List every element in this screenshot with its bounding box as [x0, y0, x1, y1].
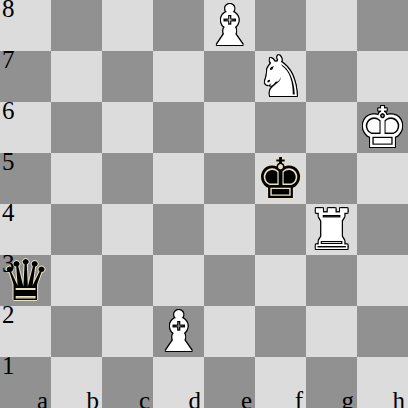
black-king[interactable]: ♚ — [255, 153, 305, 204]
square-h6[interactable]: ♚ — [357, 102, 408, 153]
rank-label-8: 8 — [2, 0, 15, 21]
square-c2[interactable] — [102, 306, 153, 357]
square-f1[interactable]: f — [255, 357, 306, 408]
rank-label-6: 6 — [2, 98, 15, 123]
square-f5[interactable]: ♚ — [255, 153, 306, 204]
square-d8[interactable] — [153, 0, 204, 51]
square-f4[interactable] — [255, 204, 306, 255]
square-d4[interactable] — [153, 204, 204, 255]
rank-label-1: 1 — [2, 353, 15, 378]
square-g2[interactable] — [306, 306, 357, 357]
square-e3[interactable] — [204, 255, 255, 306]
square-h3[interactable] — [357, 255, 408, 306]
square-a2[interactable]: 2 — [0, 306, 51, 357]
square-b5[interactable] — [51, 153, 102, 204]
square-b6[interactable] — [51, 102, 102, 153]
square-e5[interactable] — [204, 153, 255, 204]
square-c1[interactable]: c — [102, 357, 153, 408]
file-label-a: a — [37, 388, 48, 408]
square-a3[interactable]: 3♛ — [0, 255, 51, 306]
square-h4[interactable] — [357, 204, 408, 255]
square-c4[interactable] — [102, 204, 153, 255]
square-a6[interactable]: 6 — [0, 102, 51, 153]
file-label-h: h — [393, 388, 406, 408]
rank-label-4: 4 — [2, 200, 15, 225]
square-g3[interactable] — [306, 255, 357, 306]
square-e4[interactable] — [204, 204, 255, 255]
square-h2[interactable] — [357, 306, 408, 357]
square-e7[interactable] — [204, 51, 255, 102]
square-f7[interactable]: ♞ — [255, 51, 306, 102]
square-c8[interactable] — [102, 0, 153, 51]
file-label-g: g — [342, 388, 355, 408]
square-b7[interactable] — [51, 51, 102, 102]
square-b4[interactable] — [51, 204, 102, 255]
chess-board: 8♝7♞6♚5♚4♜3♛2♝1abcdefgh — [0, 0, 408, 408]
square-a8[interactable]: 8 — [0, 0, 51, 51]
white-bishop[interactable]: ♝ — [153, 306, 203, 357]
square-h5[interactable] — [357, 153, 408, 204]
square-d7[interactable] — [153, 51, 204, 102]
square-f2[interactable] — [255, 306, 306, 357]
square-a7[interactable]: 7 — [0, 51, 51, 102]
file-label-c: c — [139, 388, 150, 408]
square-c6[interactable] — [102, 102, 153, 153]
square-c5[interactable] — [102, 153, 153, 204]
rank-label-5: 5 — [2, 149, 15, 174]
square-d6[interactable] — [153, 102, 204, 153]
rank-label-7: 7 — [2, 47, 15, 72]
file-label-e: e — [241, 388, 252, 408]
white-bishop[interactable]: ♝ — [204, 0, 254, 51]
square-e1[interactable]: e — [204, 357, 255, 408]
square-d5[interactable] — [153, 153, 204, 204]
square-a1[interactable]: 1a — [0, 357, 51, 408]
square-g4[interactable]: ♜ — [306, 204, 357, 255]
file-label-d: d — [189, 388, 202, 408]
white-king[interactable]: ♚ — [357, 102, 407, 153]
square-b3[interactable] — [51, 255, 102, 306]
square-f3[interactable] — [255, 255, 306, 306]
white-knight[interactable]: ♞ — [255, 51, 305, 102]
square-c3[interactable] — [102, 255, 153, 306]
black-queen[interactable]: ♛ — [0, 255, 50, 306]
square-b8[interactable] — [51, 0, 102, 51]
square-g8[interactable] — [306, 0, 357, 51]
file-label-b: b — [87, 388, 100, 408]
square-e6[interactable] — [204, 102, 255, 153]
square-h1[interactable]: h — [357, 357, 408, 408]
square-d2[interactable]: ♝ — [153, 306, 204, 357]
square-c7[interactable] — [102, 51, 153, 102]
square-b2[interactable] — [51, 306, 102, 357]
square-b1[interactable]: b — [51, 357, 102, 408]
square-d1[interactable]: d — [153, 357, 204, 408]
square-h8[interactable] — [357, 0, 408, 51]
square-a5[interactable]: 5 — [0, 153, 51, 204]
rank-label-2: 2 — [2, 302, 15, 327]
square-e8[interactable]: ♝ — [204, 0, 255, 51]
white-rook[interactable]: ♜ — [306, 204, 356, 255]
square-g7[interactable] — [306, 51, 357, 102]
square-e2[interactable] — [204, 306, 255, 357]
square-g6[interactable] — [306, 102, 357, 153]
square-g1[interactable]: g — [306, 357, 357, 408]
file-label-f: f — [295, 388, 303, 408]
